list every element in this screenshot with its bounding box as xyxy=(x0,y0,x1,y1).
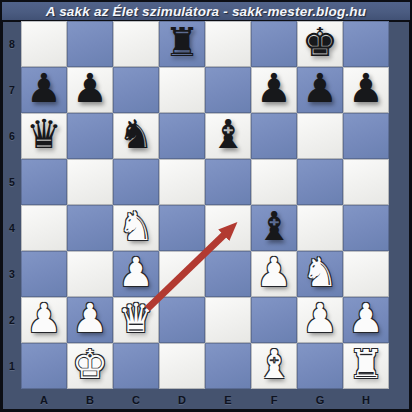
square-f7[interactable]: ♟ xyxy=(251,67,297,113)
square-e8[interactable] xyxy=(205,21,251,67)
file-label-c: C xyxy=(113,390,159,409)
white-queen[interactable]: ♛ xyxy=(118,295,154,341)
white-bishop[interactable]: ♝ xyxy=(256,341,292,387)
white-knight[interactable]: ♞ xyxy=(118,203,154,249)
square-f2[interactable] xyxy=(251,297,297,343)
square-d8[interactable]: ♜ xyxy=(159,21,205,67)
white-knight[interactable]: ♞ xyxy=(302,249,338,295)
square-f3[interactable]: ♟ xyxy=(251,251,297,297)
white-pawn[interactable]: ♟ xyxy=(118,249,154,295)
square-g6[interactable] xyxy=(297,113,343,159)
black-pawn[interactable]: ♟ xyxy=(72,65,108,111)
square-d5[interactable] xyxy=(159,159,205,205)
black-pawn[interactable]: ♟ xyxy=(348,65,384,111)
square-g7[interactable]: ♟ xyxy=(297,67,343,113)
square-g2[interactable]: ♟ xyxy=(297,297,343,343)
square-d2[interactable] xyxy=(159,297,205,343)
black-queen[interactable]: ♛ xyxy=(26,111,62,157)
black-bishop[interactable]: ♝ xyxy=(210,111,246,157)
square-c4[interactable]: ♞ xyxy=(113,205,159,251)
square-d7[interactable] xyxy=(159,67,205,113)
title-bar: A sakk az Élet szimulátora - sakk-mester… xyxy=(0,0,412,22)
square-e1[interactable] xyxy=(205,343,251,389)
square-d3[interactable] xyxy=(159,251,205,297)
square-b3[interactable] xyxy=(67,251,113,297)
square-h2[interactable]: ♟ xyxy=(343,297,389,343)
square-g3[interactable]: ♞ xyxy=(297,251,343,297)
square-e3[interactable] xyxy=(205,251,251,297)
window-title: A sakk az Élet szimulátora - sakk-mester… xyxy=(46,4,366,19)
square-b1[interactable]: ♚ xyxy=(67,343,113,389)
rank-label-2: 2 xyxy=(3,297,21,343)
rank-label-7: 7 xyxy=(3,67,21,113)
square-c3[interactable]: ♟ xyxy=(113,251,159,297)
square-b7[interactable]: ♟ xyxy=(67,67,113,113)
file-label-f: F xyxy=(251,390,297,409)
chess-diagram-window: A sakk az Élet szimulátora - sakk-mester… xyxy=(0,0,412,412)
file-label-b: B xyxy=(67,390,113,409)
file-label-e: E xyxy=(205,390,251,409)
black-knight[interactable]: ♞ xyxy=(118,111,154,157)
rank-label-4: 4 xyxy=(3,205,21,251)
square-g1[interactable] xyxy=(297,343,343,389)
square-a4[interactable] xyxy=(21,205,67,251)
white-pawn[interactable]: ♟ xyxy=(256,249,292,295)
file-label-g: G xyxy=(297,390,343,409)
square-h4[interactable] xyxy=(343,205,389,251)
square-a8[interactable] xyxy=(21,21,67,67)
square-c5[interactable] xyxy=(113,159,159,205)
square-h3[interactable] xyxy=(343,251,389,297)
square-h6[interactable] xyxy=(343,113,389,159)
square-f6[interactable] xyxy=(251,113,297,159)
file-label-a: A xyxy=(21,390,67,409)
square-f5[interactable] xyxy=(251,159,297,205)
square-a5[interactable] xyxy=(21,159,67,205)
square-d1[interactable] xyxy=(159,343,205,389)
square-d6[interactable] xyxy=(159,113,205,159)
rank-label-3: 3 xyxy=(3,251,21,297)
square-g4[interactable] xyxy=(297,205,343,251)
square-e7[interactable] xyxy=(205,67,251,113)
square-g8[interactable]: ♚ xyxy=(297,21,343,67)
square-e5[interactable] xyxy=(205,159,251,205)
square-c7[interactable] xyxy=(113,67,159,113)
square-c8[interactable] xyxy=(113,21,159,67)
rank-label-5: 5 xyxy=(3,159,21,205)
square-b5[interactable] xyxy=(67,159,113,205)
square-d4[interactable] xyxy=(159,205,205,251)
square-e2[interactable] xyxy=(205,297,251,343)
square-a2[interactable]: ♟ xyxy=(21,297,67,343)
square-a3[interactable] xyxy=(21,251,67,297)
square-h1[interactable]: ♜ xyxy=(343,343,389,389)
white-pawn[interactable]: ♟ xyxy=(26,295,62,341)
white-rook[interactable]: ♜ xyxy=(348,341,384,387)
square-a6[interactable]: ♛ xyxy=(21,113,67,159)
file-label-d: D xyxy=(159,390,205,409)
square-b8[interactable] xyxy=(67,21,113,67)
square-c2[interactable]: ♛ xyxy=(113,297,159,343)
black-pawn[interactable]: ♟ xyxy=(302,65,338,111)
rank-label-6: 6 xyxy=(3,113,21,159)
square-a7[interactable]: ♟ xyxy=(21,67,67,113)
square-c1[interactable] xyxy=(113,343,159,389)
black-bishop[interactable]: ♝ xyxy=(256,203,292,249)
white-pawn[interactable]: ♟ xyxy=(72,295,108,341)
square-e6[interactable]: ♝ xyxy=(205,113,251,159)
chess-board: ♜♚♟♟♟♟♟♛♞♝♞♝♟♟♞♟♟♛♟♟♚♝♜ xyxy=(21,21,389,389)
square-e4[interactable] xyxy=(205,205,251,251)
square-f1[interactable]: ♝ xyxy=(251,343,297,389)
square-f8[interactable] xyxy=(251,21,297,67)
white-pawn[interactable]: ♟ xyxy=(302,295,338,341)
black-rook[interactable]: ♜ xyxy=(164,19,200,65)
square-h5[interactable] xyxy=(343,159,389,205)
square-h7[interactable]: ♟ xyxy=(343,67,389,113)
white-pawn[interactable]: ♟ xyxy=(348,295,384,341)
black-king[interactable]: ♚ xyxy=(302,19,338,65)
black-pawn[interactable]: ♟ xyxy=(256,65,292,111)
square-c6[interactable]: ♞ xyxy=(113,113,159,159)
square-g5[interactable] xyxy=(297,159,343,205)
square-b4[interactable] xyxy=(67,205,113,251)
rank-label-8: 8 xyxy=(3,21,21,67)
square-b2[interactable]: ♟ xyxy=(67,297,113,343)
square-b6[interactable] xyxy=(67,113,113,159)
square-h8[interactable] xyxy=(343,21,389,67)
white-king[interactable]: ♚ xyxy=(72,341,108,387)
black-pawn[interactable]: ♟ xyxy=(26,65,62,111)
rank-label-1: 1 xyxy=(3,343,21,389)
file-label-h: H xyxy=(343,390,389,409)
square-f4[interactable]: ♝ xyxy=(251,205,297,251)
square-a1[interactable] xyxy=(21,343,67,389)
